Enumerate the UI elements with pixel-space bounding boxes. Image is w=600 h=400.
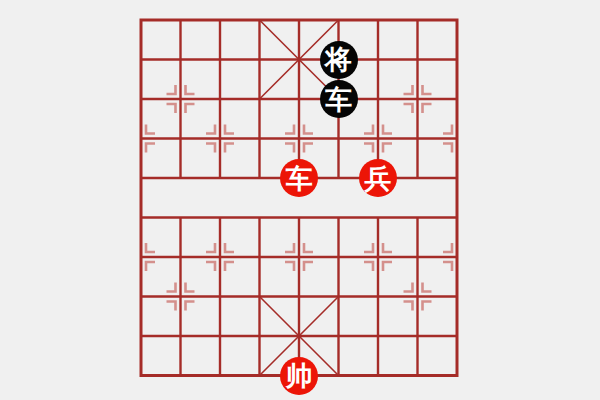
piece-black-general[interactable]: 将 [320,41,358,79]
piece-red-general[interactable]: 帅 [280,357,318,395]
xiangqi-app: { "game": "xiangqi", "position": { "fen"… [0,0,600,400]
piece-red-chariot[interactable]: 车 [280,159,318,197]
piece-red-pawn[interactable]: 兵 [359,159,397,197]
pieces-layer: 将车车兵帅 [121,0,477,395]
piece-black-chariot[interactable]: 车 [320,80,358,118]
